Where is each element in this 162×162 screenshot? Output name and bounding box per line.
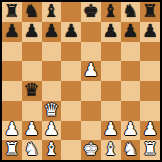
black-king-piece[interactable]: ♚: [83, 2, 99, 20]
square-f7[interactable]: ♟: [101, 22, 121, 42]
square-e8[interactable]: ♚: [81, 2, 101, 22]
white-bishop-piece[interactable]: ♝: [103, 140, 119, 158]
square-b1[interactable]: ♞: [22, 140, 42, 160]
square-b5[interactable]: [22, 61, 42, 81]
square-b6[interactable]: [22, 42, 42, 62]
square-d8[interactable]: [61, 2, 81, 22]
square-h7[interactable]: ♟: [140, 22, 160, 42]
square-g1[interactable]: ♞: [121, 140, 141, 160]
square-e5[interactable]: ♟: [81, 61, 101, 81]
square-f8[interactable]: ♝: [101, 2, 121, 22]
white-pawn-piece[interactable]: ♟: [24, 121, 40, 139]
square-c6[interactable]: [42, 42, 62, 62]
square-c3[interactable]: ♛: [42, 101, 62, 121]
white-bishop-piece[interactable]: ♝: [43, 140, 59, 158]
square-d2[interactable]: [61, 121, 81, 141]
black-pawn-piece[interactable]: ♟: [122, 22, 138, 40]
square-h5[interactable]: [140, 61, 160, 81]
white-king-piece[interactable]: ♚: [83, 140, 99, 158]
chess-board: ♜♞♝♚♝♞♜♟♟♟♟♟♟♟♟♛♛♟♟♟♟♟♟♜♞♝♚♝♞♜: [0, 0, 162, 162]
square-d7[interactable]: ♟: [61, 22, 81, 42]
square-b7[interactable]: ♟: [22, 22, 42, 42]
square-e7[interactable]: [81, 22, 101, 42]
square-h2[interactable]: ♟: [140, 121, 160, 141]
black-pawn-piece[interactable]: ♟: [4, 22, 20, 40]
square-e6[interactable]: [81, 42, 101, 62]
white-knight-piece[interactable]: ♞: [24, 140, 40, 158]
square-b3[interactable]: [22, 101, 42, 121]
black-bishop-piece[interactable]: ♝: [43, 2, 59, 20]
square-c7[interactable]: ♟: [42, 22, 62, 42]
square-d4[interactable]: [61, 81, 81, 101]
square-f1[interactable]: ♝: [101, 140, 121, 160]
square-d5[interactable]: [61, 61, 81, 81]
square-b8[interactable]: ♞: [22, 2, 42, 22]
black-pawn-piece[interactable]: ♟: [43, 22, 59, 40]
square-c2[interactable]: ♟: [42, 121, 62, 141]
square-a5[interactable]: [2, 61, 22, 81]
black-rook-piece[interactable]: ♜: [142, 2, 158, 20]
black-pawn-piece[interactable]: ♟: [103, 22, 119, 40]
white-pawn-piece[interactable]: ♟: [122, 121, 138, 139]
black-queen-piece[interactable]: ♛: [24, 81, 40, 99]
black-knight-piece[interactable]: ♞: [122, 2, 138, 20]
square-g4[interactable]: [121, 81, 141, 101]
square-g7[interactable]: ♟: [121, 22, 141, 42]
white-pawn-piece[interactable]: ♟: [83, 61, 99, 79]
square-f2[interactable]: ♟: [101, 121, 121, 141]
square-a2[interactable]: ♟: [2, 121, 22, 141]
square-a4[interactable]: [2, 81, 22, 101]
square-e1[interactable]: ♚: [81, 140, 101, 160]
black-pawn-piece[interactable]: ♟: [63, 22, 79, 40]
square-c5[interactable]: [42, 61, 62, 81]
square-g3[interactable]: [121, 101, 141, 121]
square-a6[interactable]: [2, 42, 22, 62]
square-b2[interactable]: ♟: [22, 121, 42, 141]
square-e2[interactable]: [81, 121, 101, 141]
white-rook-piece[interactable]: ♜: [4, 140, 20, 158]
chess-board-frame: ♜♞♝♚♝♞♜♟♟♟♟♟♟♟♟♛♛♟♟♟♟♟♟♜♞♝♚♝♞♜: [0, 0, 162, 162]
square-a1[interactable]: ♜: [2, 140, 22, 160]
square-f5[interactable]: [101, 61, 121, 81]
square-a3[interactable]: [2, 101, 22, 121]
square-c8[interactable]: ♝: [42, 2, 62, 22]
white-pawn-piece[interactable]: ♟: [43, 121, 59, 139]
black-knight-piece[interactable]: ♞: [24, 2, 40, 20]
white-knight-piece[interactable]: ♞: [122, 140, 138, 158]
square-c4[interactable]: [42, 81, 62, 101]
white-queen-piece[interactable]: ♛: [43, 101, 59, 119]
square-h4[interactable]: [140, 81, 160, 101]
white-pawn-piece[interactable]: ♟: [142, 121, 158, 139]
square-d3[interactable]: [61, 101, 81, 121]
square-c1[interactable]: ♝: [42, 140, 62, 160]
square-e4[interactable]: [81, 81, 101, 101]
black-rook-piece[interactable]: ♜: [4, 2, 20, 20]
white-pawn-piece[interactable]: ♟: [103, 121, 119, 139]
square-h8[interactable]: ♜: [140, 2, 160, 22]
square-f4[interactable]: [101, 81, 121, 101]
square-f6[interactable]: [101, 42, 121, 62]
square-h1[interactable]: ♜: [140, 140, 160, 160]
black-pawn-piece[interactable]: ♟: [24, 22, 40, 40]
square-g5[interactable]: [121, 61, 141, 81]
square-b4[interactable]: ♛: [22, 81, 42, 101]
square-f3[interactable]: [101, 101, 121, 121]
square-g8[interactable]: ♞: [121, 2, 141, 22]
square-d1[interactable]: [61, 140, 81, 160]
square-a7[interactable]: ♟: [2, 22, 22, 42]
white-pawn-piece[interactable]: ♟: [4, 121, 20, 139]
square-a8[interactable]: ♜: [2, 2, 22, 22]
black-bishop-piece[interactable]: ♝: [103, 2, 119, 20]
square-h6[interactable]: [140, 42, 160, 62]
square-h3[interactable]: [140, 101, 160, 121]
square-g2[interactable]: ♟: [121, 121, 141, 141]
white-rook-piece[interactable]: ♜: [142, 140, 158, 158]
square-d6[interactable]: [61, 42, 81, 62]
square-g6[interactable]: [121, 42, 141, 62]
square-e3[interactable]: [81, 101, 101, 121]
black-pawn-piece[interactable]: ♟: [142, 22, 158, 40]
